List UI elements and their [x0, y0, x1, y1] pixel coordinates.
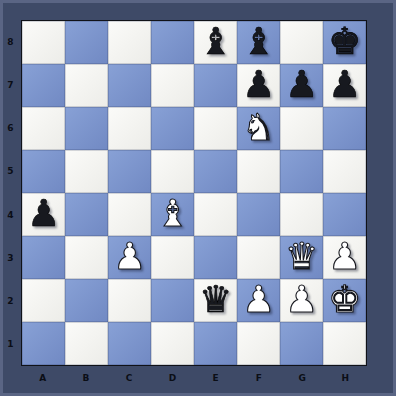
square-c7[interactable] — [108, 64, 151, 107]
square-f1[interactable] — [237, 322, 280, 365]
piece-black-bishop[interactable]: ♝ — [237, 21, 280, 64]
square-h5[interactable] — [323, 150, 366, 193]
square-f4[interactable] — [237, 193, 280, 236]
square-d5[interactable] — [151, 150, 194, 193]
square-a7[interactable] — [22, 64, 65, 107]
square-c3[interactable]: ♟ — [108, 236, 151, 279]
square-d8[interactable] — [151, 21, 194, 64]
square-d7[interactable] — [151, 64, 194, 107]
piece-white-bishop[interactable]: ♝ — [151, 193, 194, 236]
square-d1[interactable] — [151, 322, 194, 365]
square-e4[interactable] — [194, 193, 237, 236]
square-d4[interactable]: ♝ — [151, 193, 194, 236]
rank-label-1: 1 — [0, 323, 21, 366]
square-f6[interactable]: ♞ — [237, 107, 280, 150]
square-h4[interactable] — [323, 193, 366, 236]
square-b7[interactable] — [65, 64, 108, 107]
rank-label-4: 4 — [0, 193, 21, 236]
square-h6[interactable] — [323, 107, 366, 150]
piece-white-pawn[interactable]: ♟ — [237, 279, 280, 322]
chess-board[interactable]: ♝♝♚♟♟♟♞♟♝♟♛♟♛♟♟♚ — [21, 20, 367, 366]
square-a3[interactable] — [22, 236, 65, 279]
rank-label-3: 3 — [0, 236, 21, 279]
square-e8[interactable]: ♝ — [194, 21, 237, 64]
square-f8[interactable]: ♝ — [237, 21, 280, 64]
piece-black-queen[interactable]: ♛ — [194, 279, 237, 322]
square-b5[interactable] — [65, 150, 108, 193]
file-label-g: G — [281, 367, 324, 389]
square-g8[interactable] — [280, 21, 323, 64]
file-label-e: E — [194, 367, 237, 389]
square-c2[interactable] — [108, 279, 151, 322]
square-g5[interactable] — [280, 150, 323, 193]
square-h8[interactable]: ♚ — [323, 21, 366, 64]
square-b4[interactable] — [65, 193, 108, 236]
square-a6[interactable] — [22, 107, 65, 150]
file-label-d: D — [151, 367, 194, 389]
rank-label-2: 2 — [0, 280, 21, 323]
piece-black-pawn[interactable]: ♟ — [237, 64, 280, 107]
square-d6[interactable] — [151, 107, 194, 150]
square-g4[interactable] — [280, 193, 323, 236]
file-label-c: C — [108, 367, 151, 389]
square-e2[interactable]: ♛ — [194, 279, 237, 322]
square-g2[interactable]: ♟ — [280, 279, 323, 322]
file-labels: ABCDEFGH — [21, 367, 367, 389]
rank-label-8: 8 — [0, 20, 21, 63]
file-label-b: B — [64, 367, 107, 389]
square-g7[interactable]: ♟ — [280, 64, 323, 107]
piece-white-pawn[interactable]: ♟ — [280, 279, 323, 322]
piece-white-king[interactable]: ♚ — [323, 279, 366, 322]
square-f3[interactable] — [237, 236, 280, 279]
square-g6[interactable] — [280, 107, 323, 150]
square-d3[interactable] — [151, 236, 194, 279]
rank-label-6: 6 — [0, 107, 21, 150]
square-f2[interactable]: ♟ — [237, 279, 280, 322]
square-g1[interactable] — [280, 322, 323, 365]
chess-board-frame: 87654321 ♝♝♚♟♟♟♞♟♝♟♛♟♛♟♟♚ ABCDEFGH — [0, 0, 396, 396]
square-b3[interactable] — [65, 236, 108, 279]
piece-white-knight[interactable]: ♞ — [237, 107, 280, 150]
square-h2[interactable]: ♚ — [323, 279, 366, 322]
rank-labels: 87654321 — [0, 20, 21, 366]
square-f5[interactable] — [237, 150, 280, 193]
square-h1[interactable] — [323, 322, 366, 365]
piece-white-pawn[interactable]: ♟ — [108, 236, 151, 279]
square-a4[interactable]: ♟ — [22, 193, 65, 236]
square-a5[interactable] — [22, 150, 65, 193]
piece-black-king[interactable]: ♚ — [323, 21, 366, 64]
square-h7[interactable]: ♟ — [323, 64, 366, 107]
file-label-h: H — [324, 367, 367, 389]
square-c5[interactable] — [108, 150, 151, 193]
square-e7[interactable] — [194, 64, 237, 107]
piece-white-pawn[interactable]: ♟ — [323, 236, 366, 279]
square-d2[interactable] — [151, 279, 194, 322]
piece-white-queen[interactable]: ♛ — [280, 236, 323, 279]
square-e1[interactable] — [194, 322, 237, 365]
piece-black-bishop[interactable]: ♝ — [194, 21, 237, 64]
square-b2[interactable] — [65, 279, 108, 322]
file-label-a: A — [21, 367, 64, 389]
piece-black-pawn[interactable]: ♟ — [280, 64, 323, 107]
square-e5[interactable] — [194, 150, 237, 193]
square-e3[interactable] — [194, 236, 237, 279]
square-a2[interactable] — [22, 279, 65, 322]
square-b1[interactable] — [65, 322, 108, 365]
rank-label-7: 7 — [0, 63, 21, 106]
square-b8[interactable] — [65, 21, 108, 64]
piece-black-pawn[interactable]: ♟ — [323, 64, 366, 107]
square-h3[interactable]: ♟ — [323, 236, 366, 279]
square-c6[interactable] — [108, 107, 151, 150]
square-c4[interactable] — [108, 193, 151, 236]
square-b6[interactable] — [65, 107, 108, 150]
square-c8[interactable] — [108, 21, 151, 64]
square-f7[interactable]: ♟ — [237, 64, 280, 107]
square-c1[interactable] — [108, 322, 151, 365]
square-a8[interactable] — [22, 21, 65, 64]
piece-black-pawn[interactable]: ♟ — [22, 193, 65, 236]
square-e6[interactable] — [194, 107, 237, 150]
square-g3[interactable]: ♛ — [280, 236, 323, 279]
rank-label-5: 5 — [0, 150, 21, 193]
square-a1[interactable] — [22, 322, 65, 365]
file-label-f: F — [237, 367, 280, 389]
